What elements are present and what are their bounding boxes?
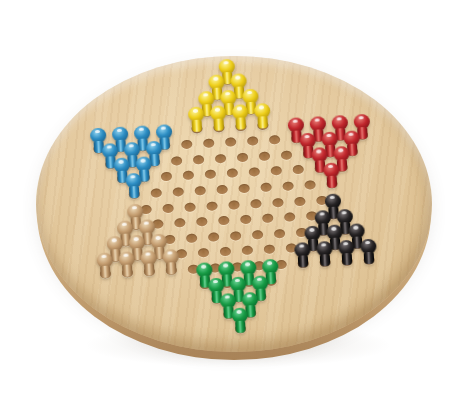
hole[interactable]	[184, 202, 195, 212]
hole[interactable]	[259, 151, 270, 161]
peg-highlight	[321, 243, 326, 247]
hole[interactable]	[227, 169, 238, 179]
peg-blue[interactable]	[124, 173, 143, 199]
hole[interactable]	[264, 245, 275, 255]
cell-r4-i3	[230, 118, 253, 135]
cell-r8-i10	[321, 175, 344, 192]
cell-r13-i12	[336, 253, 359, 270]
peg-body	[257, 117, 268, 130]
peg-highlight	[201, 265, 206, 269]
hole[interactable]	[183, 171, 194, 181]
peg-highlight	[341, 211, 346, 215]
peg-highlight	[338, 148, 343, 152]
hole[interactable]	[228, 200, 239, 210]
hole[interactable]	[151, 188, 162, 198]
hole[interactable]	[215, 154, 226, 164]
cell-r7-i4	[177, 167, 200, 184]
hole[interactable]	[196, 217, 207, 227]
hole[interactable]	[195, 186, 206, 196]
hole[interactable]	[249, 167, 260, 177]
peg-highlight	[237, 107, 242, 111]
peg-natural[interactable]	[95, 252, 114, 278]
hole[interactable]	[161, 172, 172, 182]
cell-r7-i5	[199, 166, 222, 183]
cell-r7-i7	[243, 164, 266, 181]
hole[interactable]	[293, 165, 304, 175]
hole[interactable]	[294, 196, 305, 206]
peg-highlight	[101, 254, 106, 258]
cell-r10-i6	[234, 211, 257, 228]
cell-r11-i5	[202, 228, 225, 245]
cell-r8-i1	[123, 186, 146, 203]
cell-r9-i3	[179, 198, 202, 215]
peg-body	[342, 253, 353, 266]
cell-r5-i8	[241, 133, 264, 150]
peg-highlight	[129, 144, 134, 148]
hole[interactable]	[250, 199, 261, 209]
hole[interactable]	[260, 182, 271, 192]
peg-body	[298, 255, 309, 268]
cell-r6-i7	[231, 149, 254, 166]
cell-r5-i7	[219, 134, 242, 151]
hole[interactable]	[272, 197, 283, 207]
peg-body	[327, 175, 338, 188]
peg-highlight	[145, 252, 150, 256]
cell-r12-i5	[192, 245, 215, 262]
hole[interactable]	[237, 152, 248, 162]
cell-r9-i5	[223, 196, 246, 213]
peg-highlight	[95, 130, 100, 134]
hole[interactable]	[198, 248, 209, 258]
peg-highlight	[320, 212, 325, 216]
peg-highlight	[359, 116, 364, 120]
peg-yellow[interactable]	[187, 107, 206, 133]
cell-r10-i5	[212, 212, 235, 229]
cell-r9-i6	[245, 195, 268, 212]
peg-highlight	[331, 227, 336, 231]
peg-highlight	[134, 237, 139, 241]
hole[interactable]	[238, 184, 249, 194]
peg-highlight	[123, 253, 128, 257]
cell-r4-i2	[208, 119, 231, 136]
hole[interactable]	[242, 246, 253, 256]
peg-highlight	[117, 129, 122, 133]
peg-highlight	[257, 278, 262, 282]
peg-highlight	[225, 295, 230, 299]
hole[interactable]	[171, 156, 182, 166]
peg-highlight	[156, 236, 161, 240]
peg-body	[214, 119, 225, 132]
peg-highlight	[343, 242, 348, 246]
cell-r8-i6	[233, 180, 256, 197]
cell-r9-i2	[157, 200, 180, 217]
peg-black[interactable]	[315, 241, 334, 267]
hole[interactable]	[193, 155, 204, 165]
cell-r17-i1	[229, 321, 252, 338]
peg-highlight	[245, 263, 250, 267]
cell-r7-i3	[155, 168, 178, 185]
peg-highlight	[223, 61, 228, 65]
cell-r10-i4	[190, 213, 213, 230]
peg-highlight	[348, 132, 353, 136]
peg-highlight	[299, 244, 304, 248]
cell-r11-i4	[180, 230, 203, 247]
cell-r8-i5	[211, 181, 234, 198]
peg-body	[235, 118, 246, 131]
peg-black[interactable]	[337, 239, 356, 265]
peg-green[interactable]	[230, 307, 249, 333]
peg-yellow[interactable]	[253, 103, 272, 129]
peg-body	[100, 265, 111, 278]
cell-r5-i9	[263, 132, 286, 149]
hole[interactable]	[203, 139, 214, 149]
cell-r13-i10	[292, 255, 315, 272]
cell-r13-i4	[160, 262, 183, 279]
peg-highlight	[247, 294, 252, 298]
cell-r9-i4	[201, 197, 224, 214]
peg-body	[144, 263, 155, 276]
cell-r12-i6	[214, 243, 237, 260]
peg-body	[122, 264, 133, 277]
board-grid	[84, 65, 383, 345]
peg-highlight	[259, 106, 264, 110]
cell-r12-i7	[236, 242, 259, 259]
peg-highlight	[213, 77, 218, 81]
peg-natural[interactable]	[117, 251, 136, 277]
hole[interactable]	[304, 180, 315, 190]
peg-highlight	[315, 118, 320, 122]
cell-r5-i6	[197, 135, 220, 152]
peg-highlight	[223, 264, 228, 268]
hole[interactable]	[281, 150, 292, 160]
product-photo-background	[0, 0, 460, 409]
peg-highlight	[151, 143, 156, 147]
cell-r8-i3	[167, 183, 190, 200]
cell-r8-i9	[299, 177, 322, 194]
peg-black[interactable]	[359, 238, 378, 264]
cell-r6-i6	[209, 150, 232, 167]
hole[interactable]	[206, 201, 217, 211]
peg-highlight	[247, 91, 252, 95]
peg-highlight	[235, 279, 240, 283]
cell-r11-i8	[268, 225, 291, 242]
cell-r4-i4	[251, 117, 274, 134]
peg-yellow[interactable]	[209, 106, 228, 132]
peg-highlight	[316, 150, 321, 154]
peg-highlight	[353, 226, 358, 230]
cell-r9-i7	[267, 194, 290, 211]
peg-body	[364, 251, 375, 264]
peg-natural[interactable]	[161, 249, 180, 275]
peg-highlight	[161, 126, 166, 130]
hole[interactable]	[205, 170, 216, 180]
hole[interactable]	[230, 231, 241, 241]
peg-highlight	[337, 117, 342, 121]
peg-highlight	[107, 145, 112, 149]
cell-r7-i8	[265, 163, 288, 180]
hole[interactable]	[240, 215, 251, 225]
peg-highlight	[304, 135, 309, 139]
cell-r4-i1	[186, 120, 209, 137]
peg-highlight	[309, 228, 314, 232]
cell-r8-i2	[145, 185, 168, 202]
peg-highlight	[144, 221, 149, 225]
peg-highlight	[293, 120, 298, 124]
hole[interactable]	[225, 137, 236, 147]
cell-r5-i5	[175, 136, 198, 153]
hole[interactable]	[162, 203, 173, 213]
hole[interactable]	[220, 247, 231, 257]
peg-black[interactable]	[293, 242, 312, 268]
hole[interactable]	[174, 218, 185, 228]
hole[interactable]	[252, 230, 263, 240]
peg-highlight	[237, 310, 242, 314]
peg-body	[320, 254, 331, 267]
hole[interactable]	[186, 233, 197, 243]
peg-red[interactable]	[322, 162, 341, 188]
hole[interactable]	[208, 232, 219, 242]
cell-r7-i9	[287, 162, 310, 179]
peg-highlight	[267, 261, 272, 265]
peg-highlight	[122, 222, 127, 226]
cell-r8-i7	[255, 179, 278, 196]
peg-body	[192, 120, 203, 133]
cell-r13-i11	[314, 254, 337, 271]
peg-highlight	[130, 175, 135, 179]
peg-highlight	[225, 92, 230, 96]
peg-highlight	[193, 109, 198, 113]
peg-body	[129, 186, 140, 199]
cell-r11-i7	[246, 226, 269, 243]
hole[interactable]	[247, 136, 258, 146]
hole[interactable]	[282, 181, 293, 191]
cell-r12-i8	[258, 241, 281, 258]
hole[interactable]	[284, 212, 295, 222]
cell-r8-i4	[189, 182, 212, 199]
cell-r13-i1	[94, 265, 117, 282]
peg-natural[interactable]	[139, 250, 158, 276]
peg-highlight	[330, 196, 335, 200]
hole[interactable]	[262, 214, 273, 224]
cell-r6-i9	[275, 147, 298, 164]
cell-r10-i7	[256, 210, 279, 227]
cell-r13-i2	[116, 264, 139, 281]
cell-r11-i6	[224, 227, 247, 244]
hole[interactable]	[181, 140, 192, 150]
hole[interactable]	[218, 216, 229, 226]
cell-r13-i3	[138, 263, 161, 280]
peg-highlight	[139, 128, 144, 132]
peg-highlight	[119, 160, 124, 164]
peg-highlight	[235, 76, 240, 80]
cell-r10-i3	[168, 215, 191, 232]
hole[interactable]	[216, 185, 227, 195]
cell-r6-i5	[187, 151, 210, 168]
peg-body	[166, 262, 177, 275]
cell-r7-i6	[221, 165, 244, 182]
cell-r9-i8	[289, 193, 312, 210]
cell-r8-i8	[277, 178, 300, 195]
peg-highlight	[215, 108, 220, 112]
cell-r6-i4	[165, 152, 188, 169]
peg-highlight	[167, 251, 172, 255]
peg-highlight	[140, 159, 145, 163]
peg-highlight	[112, 238, 117, 242]
hole[interactable]	[269, 135, 280, 145]
peg-highlight	[203, 93, 208, 97]
peg-highlight	[132, 206, 137, 210]
peg-yellow[interactable]	[231, 104, 250, 130]
hole[interactable]	[173, 187, 184, 197]
hole[interactable]	[274, 229, 285, 239]
peg-highlight	[365, 241, 370, 245]
peg-highlight	[328, 165, 333, 169]
cell-r6-i8	[253, 148, 276, 165]
peg-body	[235, 321, 246, 334]
hole[interactable]	[271, 166, 282, 176]
cell-r10-i8	[278, 209, 301, 226]
cell-r13-i13	[358, 252, 381, 269]
peg-highlight	[213, 280, 218, 284]
peg-highlight	[326, 133, 331, 137]
